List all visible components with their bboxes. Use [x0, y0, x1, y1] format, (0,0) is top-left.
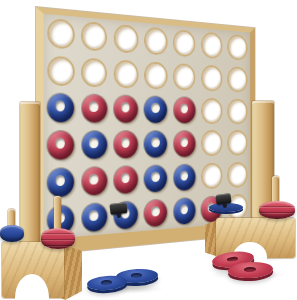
cell-r3c7[interactable] — [225, 95, 250, 127]
empty-hole — [173, 29, 195, 57]
empty-hole — [201, 31, 222, 59]
blue-disc — [48, 168, 75, 198]
cell-r2c6[interactable] — [198, 61, 225, 95]
left-base — [2, 242, 64, 298]
empty-hole — [81, 57, 107, 87]
empty-hole — [227, 130, 247, 156]
cell-r1c5[interactable] — [170, 25, 198, 61]
cell-r5c1[interactable] — [44, 163, 78, 201]
cell-r1c2[interactable] — [78, 17, 110, 56]
red-disc — [48, 131, 75, 160]
cell-r5c5[interactable] — [170, 160, 198, 195]
red-disc — [174, 131, 196, 157]
empty-hole — [201, 163, 222, 190]
cell-r6c5[interactable] — [170, 193, 198, 228]
cell-r4c1[interactable] — [44, 127, 78, 165]
left-post — [20, 102, 40, 248]
cell-r2c7[interactable] — [225, 63, 250, 96]
cell-r5c2[interactable] — [78, 162, 110, 199]
blue-disc — [48, 93, 75, 122]
blue-disc — [82, 202, 107, 231]
cell-r3c2[interactable] — [78, 90, 110, 127]
cell-r4c4[interactable] — [141, 127, 170, 162]
cell-r6c2[interactable] — [78, 198, 110, 236]
red-ring-stack-right — [259, 201, 295, 219]
cell-r3c1[interactable] — [44, 89, 78, 127]
cell-r1c4[interactable] — [141, 23, 170, 60]
blue-disc — [144, 165, 167, 192]
cell-r3c5[interactable] — [170, 93, 198, 127]
empty-hole — [201, 130, 222, 156]
empty-hole — [227, 162, 247, 188]
hinge-icon — [109, 202, 127, 215]
red-disc — [114, 131, 138, 158]
cell-r4c3[interactable] — [110, 127, 141, 163]
empty-hole — [81, 21, 107, 52]
blue-disc — [82, 131, 107, 159]
cell-r5c4[interactable] — [141, 161, 170, 197]
red-disc — [82, 167, 107, 196]
product-photo-scene — [0, 0, 297, 300]
empty-hole — [47, 55, 74, 86]
red-disc — [82, 94, 107, 122]
cell-r6c4[interactable] — [141, 195, 170, 231]
empty-hole — [201, 64, 222, 91]
left-base-peg-2 — [54, 196, 61, 232]
cell-r2c3[interactable] — [110, 55, 141, 92]
cell-r5c3[interactable] — [110, 162, 141, 198]
blue-disc — [174, 197, 196, 224]
cell-r5c7[interactable] — [225, 159, 250, 192]
red-disc — [114, 95, 138, 122]
blue-disc — [144, 96, 167, 123]
cell-r2c4[interactable] — [141, 57, 170, 93]
cell-r3c6[interactable] — [198, 94, 225, 127]
cell-r4c2[interactable] — [78, 127, 110, 164]
empty-hole — [201, 97, 222, 123]
blue-disc — [144, 131, 167, 158]
blue-ring-on-peg — [0, 225, 24, 242]
cell-r5c6[interactable] — [198, 159, 225, 193]
empty-hole — [113, 24, 138, 54]
empty-hole — [227, 98, 247, 124]
blue-disc — [174, 164, 196, 191]
red-disc — [114, 166, 138, 194]
cell-r3c4[interactable] — [141, 92, 170, 127]
cell-r2c1[interactable] — [44, 51, 78, 90]
cell-r3c3[interactable] — [110, 91, 141, 127]
empty-hole — [227, 34, 247, 61]
empty-hole — [144, 26, 167, 55]
empty-hole — [173, 63, 195, 91]
empty-hole — [227, 66, 247, 92]
red-ring-stack-left — [41, 228, 75, 249]
empty-hole — [113, 59, 138, 88]
hinge-icon — [215, 193, 231, 205]
cell-r2c5[interactable] — [170, 59, 198, 94]
cell-r1c6[interactable] — [198, 28, 225, 63]
red-disc — [174, 97, 196, 123]
cell-r4c5[interactable] — [170, 127, 198, 161]
cell-r1c3[interactable] — [110, 20, 141, 58]
empty-hole — [47, 18, 74, 50]
cell-r1c1[interactable] — [44, 14, 78, 54]
empty-hole — [144, 61, 167, 89]
right-base-peg — [272, 176, 279, 204]
cell-r4c7[interactable] — [225, 127, 250, 159]
cell-r1c7[interactable] — [225, 30, 250, 64]
cell-r2c2[interactable] — [78, 53, 110, 91]
red-disc — [144, 199, 167, 227]
cell-r4c6[interactable] — [198, 127, 225, 160]
